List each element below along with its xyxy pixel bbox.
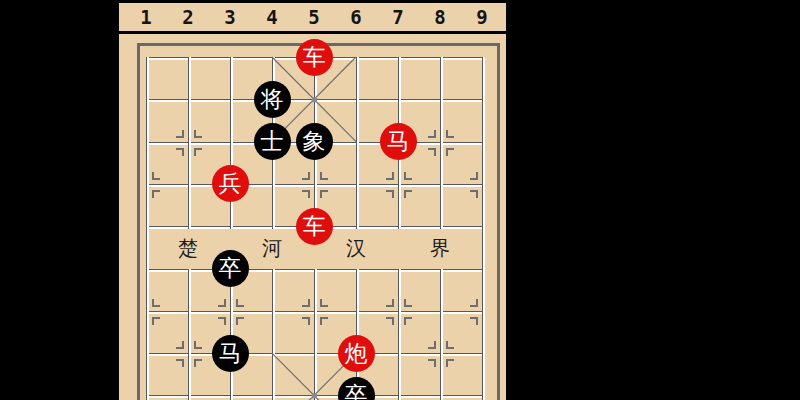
piece-black-horse[interactable]: 马 [212, 335, 249, 372]
column-label-9: 9 [476, 8, 487, 27]
screen: 123456789 楚河汉界 车将士象马兵车卒马炮卒 [0, 0, 800, 400]
column-label-7: 7 [392, 8, 403, 27]
piece-black-advisor[interactable]: 士 [254, 123, 291, 160]
piece-black-elephant[interactable]: 象 [296, 123, 333, 160]
column-label-1: 1 [140, 8, 151, 27]
column-label-6: 6 [350, 8, 361, 27]
piece-red-soldier[interactable]: 兵 [212, 165, 249, 202]
column-label-4: 4 [266, 8, 277, 27]
column-label-3: 3 [224, 8, 235, 27]
piece-black-general[interactable]: 将 [254, 81, 291, 118]
piece-red-horse[interactable]: 马 [380, 123, 417, 160]
piece-black-soldier[interactable]: 卒 [212, 250, 249, 287]
column-label-2: 2 [182, 8, 193, 27]
piece-red-chariot[interactable]: 车 [296, 39, 333, 76]
top-separator [119, 31, 506, 34]
column-label-5: 5 [308, 8, 319, 27]
piece-red-cannon[interactable]: 炮 [338, 335, 375, 372]
column-label-8: 8 [434, 8, 445, 27]
piece-red-chariot[interactable]: 车 [296, 208, 333, 245]
